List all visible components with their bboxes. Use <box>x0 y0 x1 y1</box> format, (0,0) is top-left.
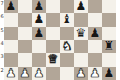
piece-black-rook-h4[interactable]: ♜ <box>104 40 115 53</box>
square-f3[interactable] <box>74 53 88 66</box>
square-e7[interactable] <box>60 0 74 13</box>
piece-white-pawn-f2[interactable]: ♟ <box>76 67 87 80</box>
square-a2[interactable]: ♟ <box>4 67 18 80</box>
square-d2[interactable] <box>46 67 60 80</box>
rank-label-7: 7 <box>0 1 4 6</box>
piece-black-pawn-a7[interactable]: ♟ <box>6 0 17 13</box>
square-c2[interactable]: ♟ <box>32 67 46 80</box>
square-f4[interactable] <box>74 40 88 53</box>
square-a6[interactable] <box>4 13 18 26</box>
square-d7[interactable] <box>46 0 60 13</box>
square-c7[interactable]: ♟ <box>32 0 46 13</box>
square-e2[interactable] <box>60 67 74 80</box>
square-h5[interactable] <box>102 27 116 40</box>
square-b6[interactable] <box>18 13 32 26</box>
square-h6[interactable] <box>102 13 116 26</box>
square-h3[interactable] <box>102 53 116 66</box>
square-a7[interactable]: ♟ <box>4 0 18 13</box>
square-f7[interactable]: ♟ <box>74 0 88 13</box>
piece-white-pawn-b2[interactable]: ♟ <box>20 67 31 80</box>
square-h4[interactable]: ♜ <box>102 40 116 53</box>
square-b3[interactable] <box>18 53 32 66</box>
piece-white-knight-e4[interactable]: ♞ <box>62 40 73 53</box>
square-c4[interactable] <box>32 40 46 53</box>
square-e6[interactable]: ♝ <box>60 13 74 26</box>
square-g7[interactable] <box>88 0 102 13</box>
square-g4[interactable] <box>88 40 102 53</box>
chess-board[interactable]: ♟♟♟♟♝♟♛♟♞♜♛♟♟♟♟♟♟ <box>4 0 116 80</box>
chess-app-screenshot: 765432 ♟♟♟♟♝♟♛♟♞♜♛♟♟♟♟♟♟ <box>0 0 120 80</box>
square-a3[interactable] <box>4 53 18 66</box>
square-h7[interactable] <box>102 0 116 13</box>
square-f6[interactable] <box>74 13 88 26</box>
piece-white-pawn-a2[interactable]: ♟ <box>6 67 17 80</box>
rank-label-4: 4 <box>0 41 4 46</box>
square-d3[interactable]: ♛ <box>46 53 60 66</box>
rank-label-gutter: 765432 <box>0 0 4 80</box>
piece-black-pawn-f7[interactable]: ♟ <box>76 0 87 13</box>
square-c3[interactable] <box>32 53 46 66</box>
rank-label-2: 2 <box>0 68 4 73</box>
square-h2[interactable]: ♟ <box>102 67 116 80</box>
square-b2[interactable]: ♟ <box>18 67 32 80</box>
piece-black-queen-f5[interactable]: ♛ <box>76 27 87 40</box>
square-g5[interactable]: ♟ <box>88 27 102 40</box>
square-d4[interactable] <box>46 40 60 53</box>
square-c6[interactable]: ♟ <box>32 13 46 26</box>
square-b5[interactable] <box>18 27 32 40</box>
piece-white-queen-d3[interactable]: ♛ <box>48 53 59 66</box>
rank-label-3: 3 <box>0 54 4 59</box>
piece-black-pawn-h2[interactable]: ♟ <box>104 67 115 80</box>
piece-black-bishop-e6[interactable]: ♝ <box>62 13 73 26</box>
rank-label-5: 5 <box>0 28 4 33</box>
square-e4[interactable]: ♞ <box>60 40 74 53</box>
square-e5[interactable] <box>60 27 74 40</box>
rank-label-6: 6 <box>0 14 4 19</box>
square-a4[interactable] <box>4 40 18 53</box>
square-d6[interactable] <box>46 13 60 26</box>
square-c5[interactable]: ♟ <box>32 27 46 40</box>
piece-black-pawn-g5[interactable]: ♟ <box>90 27 101 40</box>
square-e3[interactable] <box>60 53 74 66</box>
square-d5[interactable] <box>46 27 60 40</box>
piece-white-pawn-g2[interactable]: ♟ <box>90 67 101 80</box>
square-g6[interactable] <box>88 13 102 26</box>
square-a5[interactable] <box>4 27 18 40</box>
piece-white-pawn-c2[interactable]: ♟ <box>34 67 45 80</box>
square-f5[interactable]: ♛ <box>74 27 88 40</box>
square-b7[interactable] <box>18 0 32 13</box>
square-b4[interactable] <box>18 40 32 53</box>
square-g3[interactable] <box>88 53 102 66</box>
piece-black-pawn-c5[interactable]: ♟ <box>34 27 45 40</box>
square-f2[interactable]: ♟ <box>74 67 88 80</box>
square-g2[interactable]: ♟ <box>88 67 102 80</box>
piece-black-pawn-c6[interactable]: ♟ <box>34 13 45 26</box>
piece-black-pawn-c7[interactable]: ♟ <box>34 0 45 13</box>
